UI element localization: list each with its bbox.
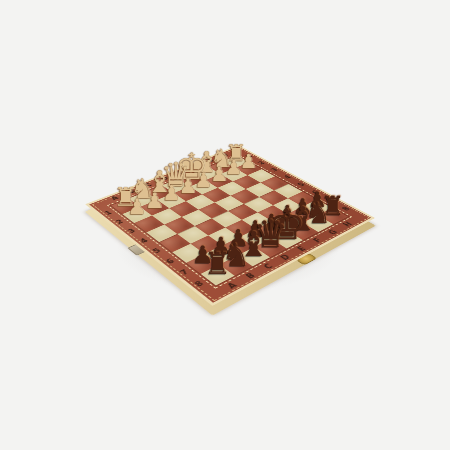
square-d6 [225, 220, 256, 237]
square-e6 [242, 212, 272, 229]
square-a8 [201, 265, 235, 286]
square-a5 [159, 234, 191, 252]
product-photo-stage: ABCDEFGH ABCDEFGH 12345678 12345678 ♜♞♝♛… [0, 0, 450, 450]
square-d8 [254, 239, 286, 258]
square-d7 [240, 229, 272, 247]
square-c7 [222, 237, 254, 256]
square-b6 [191, 235, 223, 253]
square-c6 [208, 228, 239, 246]
square-e8 [271, 231, 303, 249]
square-a3 [134, 216, 164, 233]
square-g8 [303, 215, 334, 232]
square-f8 [287, 223, 318, 240]
square-d5 [212, 211, 242, 228]
square-b4 [164, 217, 194, 234]
square-b5 [177, 226, 208, 244]
square-c5 [195, 218, 226, 235]
square-b7 [205, 245, 238, 264]
square-f7 [272, 214, 303, 231]
square-e7 [256, 221, 287, 238]
rank-label-4: 4 [133, 234, 155, 248]
square-a4 [146, 225, 177, 243]
rank-label-3: 3 [121, 225, 143, 239]
square-a7 [186, 254, 219, 274]
square-c4 [182, 210, 212, 226]
square-a6 [172, 244, 204, 263]
rank-label-2: 2 [109, 216, 130, 229]
square-b8 [219, 256, 252, 276]
square-c8 [237, 247, 270, 266]
